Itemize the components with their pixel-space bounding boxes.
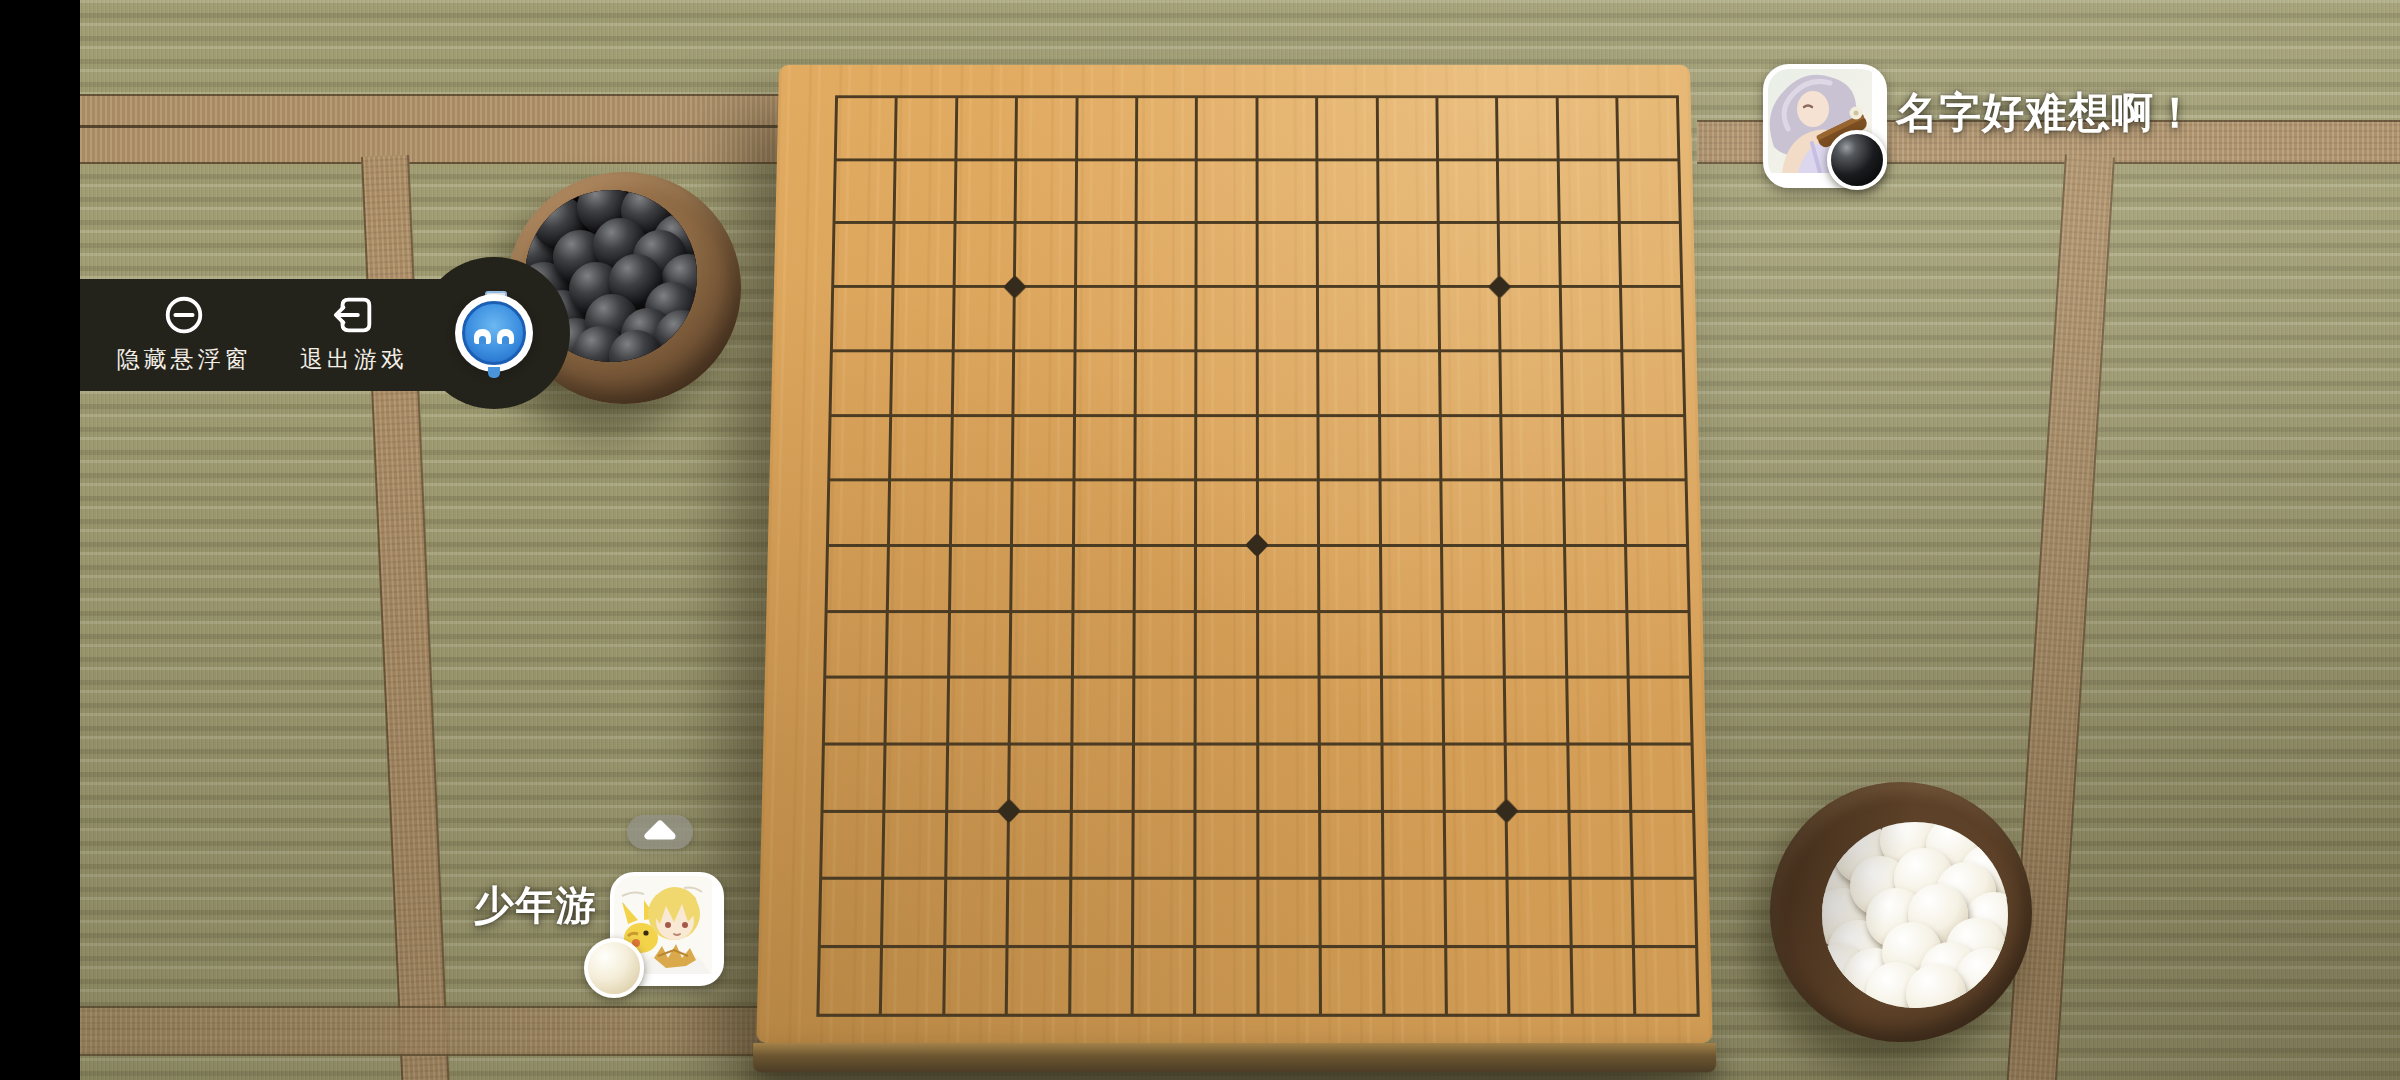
collapse-pill-button[interactable] (627, 815, 693, 849)
grid-line-horizontal (825, 610, 1691, 613)
self-name: 少年游 (417, 878, 597, 933)
grid-line-horizontal (822, 743, 1693, 746)
star-point (997, 799, 1021, 824)
mascot-ring (455, 294, 533, 372)
minus-circle-icon (161, 292, 207, 341)
board-grid (816, 95, 1696, 1013)
white-stone-bowl-opening (1822, 822, 2008, 1008)
star-point (1488, 275, 1512, 298)
white-stone-bowl (1770, 782, 2032, 1042)
up-arrow-icon (642, 819, 678, 845)
star-point (1494, 799, 1518, 824)
blue-robot-face-icon (462, 301, 526, 365)
star-point (1245, 533, 1269, 557)
grid-line-horizontal (819, 877, 1696, 880)
hide-float-window-button[interactable]: 隐藏悬浮窗 (118, 292, 250, 375)
go-board[interactable] (756, 65, 1712, 1043)
opponent-black-stone-badge (1827, 130, 1887, 190)
grid-line-horizontal (816, 1014, 1699, 1017)
self-white-stone-badge (584, 938, 644, 998)
robot-eye-right (497, 329, 514, 344)
tatami-seam-top-left (80, 94, 804, 164)
screen-letterbox-strip (0, 0, 80, 1080)
bowl-stone-black (655, 310, 697, 362)
tatami-seam-bottom-left (80, 1006, 772, 1056)
grid-line-horizontal (823, 676, 1691, 679)
hide-float-window-label: 隐藏悬浮窗 (117, 344, 252, 375)
game-scene: 隐藏悬浮窗 退出游戏 (0, 0, 2400, 1080)
exit-door-arrow-icon (331, 292, 377, 341)
robot-eye-left (474, 329, 491, 344)
mascot-bottom-tab (488, 367, 500, 378)
star-point (1003, 275, 1027, 298)
opponent-name: 名字好难想啊！ (1896, 85, 2197, 141)
exit-game-label: 退出游戏 (300, 344, 408, 375)
grid-line-horizontal (820, 810, 1694, 813)
exit-game-button[interactable]: 退出游戏 (290, 292, 418, 375)
mascot-button[interactable] (455, 294, 533, 372)
grid-line-horizontal (818, 945, 1698, 948)
board-front-face (753, 1043, 1717, 1072)
